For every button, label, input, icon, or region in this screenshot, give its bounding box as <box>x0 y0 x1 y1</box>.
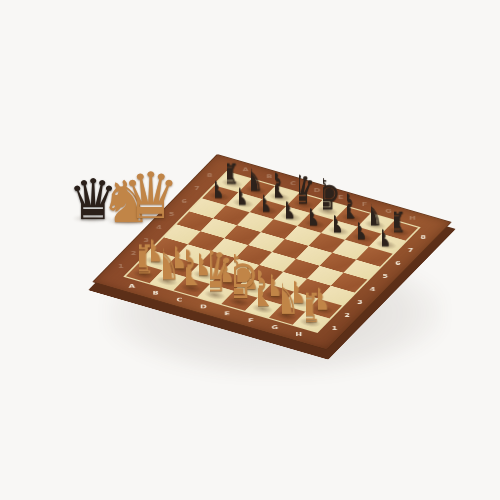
rank-label-5: 5 <box>376 269 394 284</box>
rank-label-1: 1 <box>325 321 343 336</box>
far-rank-label-7: 7 <box>188 181 206 196</box>
photo-scene: ♜♞♝♛♚♝♞♜♟♟♟♟♟♟♟♟♟♟♟♟♟♟♟♟♜♞♝♛♚♝♞♜ AABBCCD… <box>0 0 500 500</box>
rank-label-8: 8 <box>414 230 432 245</box>
rank-label-6: 6 <box>389 256 407 271</box>
rank-label-4: 4 <box>363 282 381 297</box>
file-label-f: F <box>237 316 264 325</box>
rank-label-3: 3 <box>351 295 369 310</box>
offboard-piece-white-queen[interactable]: ♛ <box>122 164 179 228</box>
rank-label-2: 2 <box>338 308 356 323</box>
rank-label-7: 7 <box>402 243 420 258</box>
file-label-h: H <box>285 330 312 339</box>
